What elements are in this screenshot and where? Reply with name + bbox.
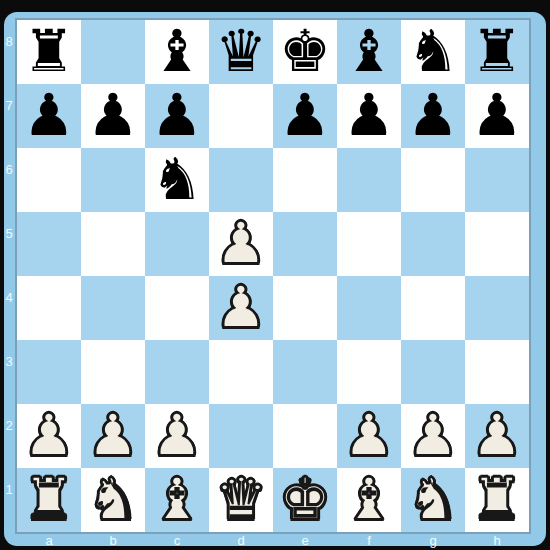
piece-white-rook[interactable]: ♜ <box>471 470 523 528</box>
square-d3[interactable] <box>209 340 273 404</box>
chess-board[interactable]: ♜♝♛♚♝♞♜♟♟♟♟♟♟♟♞♟♟♟♟♟♟♟♟♜♞♝♛♚♝♞♜ <box>17 20 529 532</box>
piece-black-pawn[interactable]: ♟ <box>279 86 331 144</box>
piece-black-pawn[interactable]: ♟ <box>407 86 459 144</box>
rank-label-6: 6 <box>2 137 16 201</box>
square-h5[interactable] <box>465 212 529 276</box>
app-screen: { "game": "chess", "position": { "fen": … <box>0 0 550 550</box>
file-label-b: b <box>81 532 145 548</box>
square-h2[interactable]: ♟ <box>465 404 529 468</box>
square-c4[interactable] <box>145 276 209 340</box>
piece-white-pawn[interactable]: ♟ <box>151 406 203 464</box>
piece-white-pawn[interactable]: ♟ <box>215 214 267 272</box>
piece-black-rook[interactable]: ♜ <box>471 22 523 80</box>
piece-black-bishop[interactable]: ♝ <box>343 22 395 80</box>
square-d2[interactable] <box>209 404 273 468</box>
piece-black-pawn[interactable]: ♟ <box>471 86 523 144</box>
square-f1[interactable]: ♝ <box>337 468 401 532</box>
square-h6[interactable] <box>465 148 529 212</box>
square-h4[interactable] <box>465 276 529 340</box>
square-f2[interactable]: ♟ <box>337 404 401 468</box>
square-g8[interactable]: ♞ <box>401 20 465 84</box>
file-label-d: d <box>209 532 273 548</box>
square-b1[interactable]: ♞ <box>81 468 145 532</box>
square-c3[interactable] <box>145 340 209 404</box>
square-d6[interactable] <box>209 148 273 212</box>
square-f3[interactable] <box>337 340 401 404</box>
square-c5[interactable] <box>145 212 209 276</box>
square-f8[interactable]: ♝ <box>337 20 401 84</box>
square-e5[interactable] <box>273 212 337 276</box>
square-d7[interactable] <box>209 84 273 148</box>
file-label-a: a <box>17 532 81 548</box>
piece-white-pawn[interactable]: ♟ <box>23 406 75 464</box>
square-b3[interactable] <box>81 340 145 404</box>
square-a8[interactable]: ♜ <box>17 20 81 84</box>
square-h1[interactable]: ♜ <box>465 468 529 532</box>
square-a1[interactable]: ♜ <box>17 468 81 532</box>
square-e2[interactable] <box>273 404 337 468</box>
rank-labels: 87654321 <box>2 9 16 521</box>
square-e8[interactable]: ♚ <box>273 20 337 84</box>
piece-white-bishop[interactable]: ♝ <box>151 470 203 528</box>
square-a4[interactable] <box>17 276 81 340</box>
square-e1[interactable]: ♚ <box>273 468 337 532</box>
piece-black-knight[interactable]: ♞ <box>407 22 459 80</box>
square-b4[interactable] <box>81 276 145 340</box>
piece-black-bishop[interactable]: ♝ <box>151 22 203 80</box>
piece-white-bishop[interactable]: ♝ <box>343 470 395 528</box>
file-label-e: e <box>273 532 337 548</box>
piece-white-pawn[interactable]: ♟ <box>215 278 267 336</box>
square-d5[interactable]: ♟ <box>209 212 273 276</box>
square-h7[interactable]: ♟ <box>465 84 529 148</box>
square-g7[interactable]: ♟ <box>401 84 465 148</box>
square-c2[interactable]: ♟ <box>145 404 209 468</box>
piece-white-knight[interactable]: ♞ <box>87 470 139 528</box>
piece-black-pawn[interactable]: ♟ <box>343 86 395 144</box>
piece-white-pawn[interactable]: ♟ <box>407 406 459 464</box>
square-d1[interactable]: ♛ <box>209 468 273 532</box>
square-a5[interactable] <box>17 212 81 276</box>
square-b2[interactable]: ♟ <box>81 404 145 468</box>
piece-white-pawn[interactable]: ♟ <box>87 406 139 464</box>
file-labels: abcdefgh <box>17 532 529 548</box>
square-c8[interactable]: ♝ <box>145 20 209 84</box>
piece-white-pawn[interactable]: ♟ <box>471 406 523 464</box>
square-g4[interactable] <box>401 276 465 340</box>
piece-white-queen[interactable]: ♛ <box>215 470 267 528</box>
rank-label-2: 2 <box>2 393 16 457</box>
square-e3[interactable] <box>273 340 337 404</box>
square-g3[interactable] <box>401 340 465 404</box>
rank-label-3: 3 <box>2 329 16 393</box>
square-g1[interactable]: ♞ <box>401 468 465 532</box>
square-g5[interactable] <box>401 212 465 276</box>
square-a7[interactable]: ♟ <box>17 84 81 148</box>
rank-label-7: 7 <box>2 73 16 137</box>
square-h3[interactable] <box>465 340 529 404</box>
square-f7[interactable]: ♟ <box>337 84 401 148</box>
piece-black-pawn[interactable]: ♟ <box>151 86 203 144</box>
rank-label-1: 1 <box>2 457 16 521</box>
square-g6[interactable] <box>401 148 465 212</box>
square-c7[interactable]: ♟ <box>145 84 209 148</box>
piece-black-pawn[interactable]: ♟ <box>23 86 75 144</box>
square-b5[interactable] <box>81 212 145 276</box>
piece-black-rook[interactable]: ♜ <box>23 22 75 80</box>
square-c6[interactable]: ♞ <box>145 148 209 212</box>
rank-label-5: 5 <box>2 201 16 265</box>
square-f4[interactable] <box>337 276 401 340</box>
piece-white-king[interactable]: ♚ <box>279 470 331 528</box>
piece-black-pawn[interactable]: ♟ <box>87 86 139 144</box>
file-label-h: h <box>465 532 529 548</box>
square-a3[interactable] <box>17 340 81 404</box>
square-e4[interactable] <box>273 276 337 340</box>
piece-black-knight[interactable]: ♞ <box>151 150 203 208</box>
piece-white-knight[interactable]: ♞ <box>407 470 459 528</box>
piece-white-pawn[interactable]: ♟ <box>343 406 395 464</box>
piece-black-king[interactable]: ♚ <box>279 22 331 80</box>
rank-label-8: 8 <box>2 9 16 73</box>
square-a2[interactable]: ♟ <box>17 404 81 468</box>
square-h8[interactable]: ♜ <box>465 20 529 84</box>
file-label-f: f <box>337 532 401 548</box>
square-e7[interactable]: ♟ <box>273 84 337 148</box>
piece-white-rook[interactable]: ♜ <box>23 470 75 528</box>
square-b7[interactable]: ♟ <box>81 84 145 148</box>
square-c1[interactable]: ♝ <box>145 468 209 532</box>
square-f6[interactable] <box>337 148 401 212</box>
square-d8[interactable]: ♛ <box>209 20 273 84</box>
file-label-c: c <box>145 532 209 548</box>
square-b8[interactable] <box>81 20 145 84</box>
square-d4[interactable]: ♟ <box>209 276 273 340</box>
square-g2[interactable]: ♟ <box>401 404 465 468</box>
square-a6[interactable] <box>17 148 81 212</box>
piece-black-queen[interactable]: ♛ <box>215 22 267 80</box>
file-label-g: g <box>401 532 465 548</box>
rank-label-4: 4 <box>2 265 16 329</box>
square-f5[interactable] <box>337 212 401 276</box>
square-e6[interactable] <box>273 148 337 212</box>
square-b6[interactable] <box>81 148 145 212</box>
